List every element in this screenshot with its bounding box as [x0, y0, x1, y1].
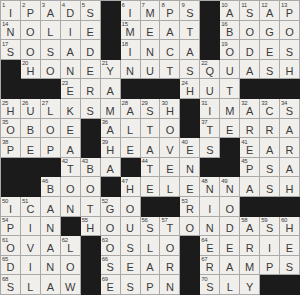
cell-letter: T: [67, 163, 74, 175]
cell-letter: S: [186, 7, 193, 19]
cell[interactable]: E: [220, 119, 240, 139]
cell[interactable]: P: [41, 138, 61, 158]
cell-letter: A: [146, 144, 153, 156]
cell[interactable]: O: [61, 177, 81, 197]
cell[interactable]: I: [21, 217, 41, 237]
cell-letter: S: [286, 105, 293, 117]
block-cell: [240, 197, 260, 217]
block-cell: [21, 177, 41, 197]
cell-letter: T: [226, 85, 233, 97]
cell[interactable]: O: [41, 119, 61, 139]
cell[interactable]: E: [180, 177, 200, 197]
cell-letter: H: [26, 65, 34, 77]
cell[interactable]: 55H: [81, 217, 101, 237]
cell[interactable]: S: [260, 60, 280, 80]
cell[interactable]: S: [200, 138, 220, 158]
cell[interactable]: 14N: [1, 21, 21, 41]
cell[interactable]: N: [141, 40, 161, 60]
cell[interactable]: O: [280, 21, 300, 41]
cell[interactable]: T: [81, 197, 101, 217]
cell-letter: M: [225, 105, 234, 117]
cell[interactable]: 59S: [260, 217, 280, 237]
cell[interactable]: N: [41, 256, 61, 276]
cell-letter: T: [147, 124, 154, 136]
cell[interactable]: H: [280, 177, 300, 197]
cell-letter: P: [7, 222, 14, 234]
cell[interactable]: 67R: [200, 256, 220, 276]
cell-letter: L: [227, 281, 233, 293]
cell-letter: R: [186, 203, 194, 215]
cell-letter: P: [27, 7, 34, 19]
cell-letter: P: [286, 7, 293, 19]
cell[interactable]: G: [260, 21, 280, 41]
cell[interactable]: A: [61, 40, 81, 60]
block-cell: [101, 1, 121, 21]
cell-letter: A: [186, 46, 193, 58]
cell[interactable]: 25H: [1, 99, 21, 119]
cell[interactable]: V: [160, 138, 180, 158]
cell[interactable]: 24H: [180, 79, 200, 99]
cell[interactable]: R: [81, 79, 101, 99]
cell[interactable]: Y: [240, 275, 260, 295]
cell[interactable]: 9S: [180, 1, 200, 21]
cell[interactable]: D: [81, 40, 101, 60]
cell[interactable]: 18I: [121, 40, 141, 60]
cell[interactable]: M: [220, 99, 240, 119]
cell[interactable]: R: [280, 138, 300, 158]
cell[interactable]: A: [101, 158, 121, 178]
cell[interactable]: A: [41, 275, 61, 295]
cell-letter: A: [146, 261, 153, 273]
cell[interactable]: T: [141, 119, 161, 139]
block-cell: [200, 1, 220, 21]
cell-letter: L: [167, 183, 173, 195]
cell-letter: N: [206, 222, 214, 234]
cell-letter: A: [226, 261, 233, 273]
cell[interactable]: H: [280, 60, 300, 80]
cell-letter: M: [125, 26, 134, 38]
cell[interactable]: L: [121, 119, 141, 139]
cell[interactable]: A: [61, 138, 81, 158]
cell-letter: E: [206, 242, 213, 254]
cell[interactable]: I: [21, 256, 41, 276]
cell[interactable]: 32A: [240, 99, 260, 119]
cell-letter: S: [246, 7, 253, 19]
cell[interactable]: P: [141, 275, 161, 295]
cell-letter: A: [246, 105, 253, 117]
cell[interactable]: 57T: [160, 217, 180, 237]
block-cell: [260, 197, 280, 217]
cell[interactable]: O: [121, 197, 141, 217]
cell[interactable]: 47H: [121, 177, 141, 197]
cell-letter: O: [6, 124, 15, 136]
cell-letter: U: [146, 65, 154, 77]
cell[interactable]: S: [121, 236, 141, 256]
cell[interactable]: 52G: [101, 197, 121, 217]
cell[interactable]: 13P: [280, 1, 300, 21]
cell[interactable]: S: [260, 158, 280, 178]
cell-letter: D: [6, 261, 14, 273]
cell[interactable]: S: [260, 177, 280, 197]
cell[interactable]: A: [101, 79, 121, 99]
cell[interactable]: 7M: [141, 1, 161, 21]
cell[interactable]: E: [141, 177, 161, 197]
cell-letter: E: [67, 124, 74, 136]
cell-letter: O: [66, 183, 75, 195]
cell[interactable]: 56S: [141, 217, 161, 237]
cell[interactable]: 20H: [21, 60, 41, 80]
cell[interactable]: N: [121, 60, 141, 80]
cell[interactable]: O: [41, 60, 61, 80]
cell-letter: O: [6, 242, 15, 254]
cell[interactable]: T: [220, 79, 240, 99]
cell[interactable]: 19O: [220, 40, 240, 60]
cell[interactable]: 70S: [200, 275, 220, 295]
cell[interactable]: S: [280, 40, 300, 60]
block-cell: [180, 236, 200, 256]
crossword-board: 1I2P3A4D5S6I7M8P9S10A11S12A13P14NOLIE15M…: [0, 0, 300, 295]
block-cell: [280, 197, 300, 217]
cell[interactable]: A: [141, 256, 161, 276]
cell-letter: N: [46, 261, 54, 273]
cell[interactable]: O: [61, 256, 81, 276]
cell[interactable]: S: [81, 99, 101, 119]
cell[interactable]: 49N: [220, 177, 240, 197]
cell[interactable]: 62L: [61, 236, 81, 256]
cell[interactable]: 34S: [280, 99, 300, 119]
cell[interactable]: E: [141, 21, 161, 41]
cell[interactable]: U: [200, 79, 220, 99]
cell[interactable]: M: [240, 256, 260, 276]
cell[interactable]: 2P: [21, 1, 41, 21]
cell[interactable]: 39H: [101, 138, 121, 158]
cell-letter: D: [246, 46, 254, 58]
cell[interactable]: 8P: [160, 1, 180, 21]
cell-letter: I: [208, 203, 211, 215]
cell[interactable]: A: [160, 21, 180, 41]
cell[interactable]: 26U: [21, 99, 41, 119]
cell[interactable]: N: [41, 217, 61, 237]
cell[interactable]: S: [180, 60, 200, 80]
cell[interactable]: I: [200, 197, 220, 217]
block-cell: [61, 217, 81, 237]
cell-letter: S: [126, 242, 133, 254]
block-cell: [81, 138, 101, 158]
cell[interactable]: 36A: [101, 119, 121, 139]
cell-letter: M: [245, 261, 254, 273]
cell[interactable]: 30H: [160, 99, 180, 119]
cell-letter: S: [266, 65, 273, 77]
cell[interactable]: E: [21, 138, 41, 158]
cell[interactable]: A: [180, 40, 200, 60]
block-cell: [41, 79, 61, 99]
cell[interactable]: M: [101, 99, 121, 119]
block-cell: [180, 99, 200, 119]
cell[interactable]: D: [240, 40, 260, 60]
cell[interactable]: A: [280, 119, 300, 139]
cell-letter: A: [286, 163, 293, 175]
cell-letter: B: [226, 26, 233, 38]
cell[interactable]: T: [180, 21, 200, 41]
cell[interactable]: 61O: [1, 236, 21, 256]
cell[interactable]: 40E: [180, 138, 200, 158]
cell[interactable]: 43B: [81, 158, 101, 178]
cell-letter: E: [126, 144, 133, 156]
cell[interactable]: 4D: [61, 1, 81, 21]
cell-letter: D: [86, 46, 94, 58]
cell[interactable]: 21Y: [101, 60, 121, 80]
cell-letter: L: [147, 242, 153, 254]
cell-letter: O: [26, 46, 35, 58]
cell[interactable]: L: [141, 236, 161, 256]
cell[interactable]: 33C: [260, 99, 280, 119]
cell[interactable]: O: [160, 236, 180, 256]
clue-number: 18: [122, 41, 128, 47]
cell-letter: N: [66, 65, 74, 77]
cell[interactable]: 28A: [121, 99, 141, 119]
cell[interactable]: A: [240, 60, 260, 80]
block-cell: [81, 119, 101, 139]
cell[interactable]: O: [21, 40, 41, 60]
cell[interactable]: S: [41, 40, 61, 60]
clue-number: 6: [122, 2, 125, 8]
cell[interactable]: N: [160, 275, 180, 295]
cell[interactable]: E: [81, 60, 101, 80]
cell-letter: O: [126, 203, 135, 215]
block-cell: [160, 197, 180, 217]
cell-letter: A: [266, 144, 273, 156]
cell[interactable]: O: [160, 119, 180, 139]
cell[interactable]: 51C: [21, 197, 41, 217]
cell[interactable]: P: [260, 256, 280, 276]
cell-letter: H: [286, 222, 294, 234]
cell[interactable]: U: [141, 60, 161, 80]
cell[interactable]: 48N: [200, 177, 220, 197]
cell[interactable]: N: [180, 158, 200, 178]
cell[interactable]: 6I: [121, 1, 141, 21]
cell-letter: O: [106, 242, 115, 254]
cell[interactable]: 68S: [1, 275, 21, 295]
cell[interactable]: E: [160, 158, 180, 178]
cell-letter: O: [46, 124, 55, 136]
cell[interactable]: 16B: [220, 21, 240, 41]
cell-letter: T: [206, 124, 213, 136]
cell[interactable]: A: [141, 138, 161, 158]
cell-letter: O: [166, 242, 175, 254]
cell[interactable]: A: [280, 158, 300, 178]
cell-letter: E: [146, 183, 153, 195]
block-cell: [200, 40, 220, 60]
cell[interactable]: C: [160, 40, 180, 60]
cell[interactable]: N: [61, 197, 81, 217]
clue-number: 3: [42, 2, 45, 8]
cell[interactable]: 50I: [1, 197, 21, 217]
cell[interactable]: 10A: [220, 1, 240, 21]
cell-letter: H: [6, 105, 14, 117]
cell[interactable]: 44T: [141, 158, 161, 178]
cell[interactable]: R: [240, 236, 260, 256]
cell[interactable]: 60H: [280, 217, 300, 237]
cell-letter: K: [67, 105, 74, 117]
cell[interactable]: 12A: [260, 1, 280, 21]
cell[interactable]: 58A: [240, 217, 260, 237]
cell-letter: D: [226, 222, 234, 234]
cell[interactable]: 45P: [240, 158, 260, 178]
cell-letter: O: [66, 261, 75, 273]
block-cell: [141, 79, 161, 99]
cell-letter: C: [266, 105, 274, 117]
cell[interactable]: 31I: [200, 99, 220, 119]
cell[interactable]: 65D: [1, 256, 21, 276]
cell-letter: E: [226, 242, 233, 254]
cell[interactable]: K: [61, 99, 81, 119]
cell[interactable]: R: [160, 256, 180, 276]
cell[interactable]: 5S: [81, 1, 101, 21]
cell[interactable]: I: [260, 236, 280, 256]
cell[interactable]: O: [21, 21, 41, 41]
cell[interactable]: 17S: [1, 40, 21, 60]
cell-letter: S: [266, 222, 273, 234]
cell[interactable]: A: [260, 138, 280, 158]
cell-letter: L: [127, 124, 133, 136]
cell[interactable]: 53R: [180, 197, 200, 217]
cell[interactable]: L: [41, 21, 61, 41]
clue-number: 31: [201, 100, 207, 106]
cell[interactable]: E: [220, 236, 240, 256]
cell[interactable]: E: [121, 256, 141, 276]
cell[interactable]: 22Q: [200, 60, 220, 80]
cell[interactable]: R: [260, 119, 280, 139]
cell-letter: S: [7, 46, 14, 58]
cell-letter: E: [186, 144, 193, 156]
cell[interactable]: 23E: [61, 79, 81, 99]
cell[interactable]: B: [21, 119, 41, 139]
cell-letter: O: [285, 26, 294, 38]
block-cell: [121, 79, 141, 99]
cell-letter: D: [66, 7, 74, 19]
cell[interactable]: S: [121, 275, 141, 295]
block-cell: [21, 158, 41, 178]
cell-letter: A: [246, 183, 253, 195]
cell[interactable]: A: [41, 236, 61, 256]
cell-letter: E: [126, 261, 133, 273]
cell-letter: T: [167, 65, 174, 77]
cell[interactable]: S: [280, 256, 300, 276]
block-cell: [260, 275, 280, 295]
cell[interactable]: A: [41, 197, 61, 217]
cell[interactable]: 38P: [1, 138, 21, 158]
cell-letter: U: [126, 222, 134, 234]
cell-letter: A: [106, 85, 113, 97]
cell[interactable]: R: [240, 119, 260, 139]
cell-letter: S: [146, 105, 153, 117]
cell[interactable]: O: [240, 21, 260, 41]
cell[interactable]: 27L: [41, 99, 61, 119]
cell-letter: H: [126, 183, 134, 195]
cell[interactable]: 11S: [240, 1, 260, 21]
cell-letter: Y: [106, 65, 113, 77]
cell-letter: N: [186, 163, 194, 175]
cell[interactable]: L: [21, 275, 41, 295]
cell[interactable]: E: [260, 40, 280, 60]
cell[interactable]: 3A: [41, 1, 61, 21]
cell[interactable]: 37T: [200, 119, 220, 139]
cell[interactable]: N: [61, 60, 81, 80]
block-cell: [280, 79, 300, 99]
cell[interactable]: O: [101, 217, 121, 237]
cell[interactable]: N: [200, 217, 220, 237]
cell[interactable]: A: [220, 256, 240, 276]
cell-letter: A: [166, 26, 173, 38]
cell[interactable]: 35O: [1, 119, 21, 139]
cell[interactable]: L: [160, 177, 180, 197]
cell[interactable]: 69E: [101, 275, 121, 295]
block-cell: [220, 138, 240, 158]
cell[interactable]: W: [61, 275, 81, 295]
cell-letter: S: [206, 144, 213, 156]
clue-number: 9: [181, 2, 184, 8]
cell-letter: G: [106, 203, 115, 215]
cell-letter: S: [266, 163, 273, 175]
cell[interactable]: I: [61, 21, 81, 41]
cell-letter: S: [146, 222, 153, 234]
cell-letter: A: [106, 163, 113, 175]
cell-letter: O: [225, 203, 234, 215]
cell-letter: I: [9, 7, 12, 19]
cell-letter: S: [186, 65, 193, 77]
cell-letter: N: [126, 65, 134, 77]
block-cell: [1, 158, 21, 178]
cell-letter: G: [265, 26, 274, 38]
cell[interactable]: D: [220, 217, 240, 237]
cell[interactable]: V: [21, 236, 41, 256]
cell[interactable]: T: [160, 60, 180, 80]
cell[interactable]: E: [81, 21, 101, 41]
block-cell: [101, 177, 121, 197]
cell[interactable]: 15M: [121, 21, 141, 41]
cell[interactable]: 63O: [101, 236, 121, 256]
cell[interactable]: E: [121, 138, 141, 158]
block-cell: [200, 158, 220, 178]
cell[interactable]: 64E: [200, 236, 220, 256]
block-cell: [41, 158, 61, 178]
cell[interactable]: O: [220, 197, 240, 217]
cell[interactable]: U: [121, 217, 141, 237]
cell[interactable]: U: [220, 60, 240, 80]
cell[interactable]: 46B: [41, 177, 61, 197]
cell-letter: P: [266, 261, 273, 273]
cell-letter: O: [46, 65, 55, 77]
cell[interactable]: 29S: [141, 99, 161, 119]
block-cell: [160, 79, 180, 99]
cell[interactable]: O: [81, 177, 101, 197]
cell[interactable]: 1I: [1, 1, 21, 21]
cell[interactable]: 42T: [61, 158, 81, 178]
cell[interactable]: 41E: [240, 138, 260, 158]
cell-letter: B: [27, 124, 34, 136]
cell[interactable]: A: [240, 177, 260, 197]
cell-letter: A: [246, 65, 253, 77]
cell-letter: A: [47, 281, 54, 293]
cell[interactable]: 54P: [1, 217, 21, 237]
cell[interactable]: 66S: [101, 256, 121, 276]
cell-letter: S: [7, 281, 14, 293]
cell[interactable]: E: [61, 119, 81, 139]
cell[interactable]: E: [280, 236, 300, 256]
cell[interactable]: L: [220, 275, 240, 295]
cell[interactable]: O: [180, 217, 200, 237]
cell-letter: C: [26, 203, 34, 215]
